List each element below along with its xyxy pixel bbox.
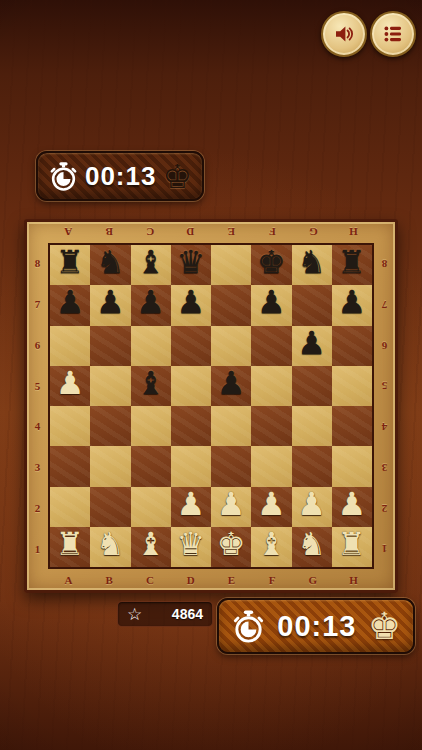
- square-a3[interactable]: [50, 446, 90, 486]
- square-a5[interactable]: ♟: [50, 366, 90, 406]
- file-labels-bottom: ABCDEFGH: [48, 569, 374, 590]
- square-c5[interactable]: ♝: [131, 366, 171, 406]
- square-c2[interactable]: [131, 487, 171, 527]
- file-label-c-bottom: C: [130, 569, 171, 590]
- star-icon: ☆: [127, 606, 142, 623]
- black-pawn-b7[interactable]: ♟: [96, 286, 125, 318]
- square-d6[interactable]: [171, 326, 211, 366]
- square-f1[interactable]: ♝: [251, 527, 291, 567]
- square-d8[interactable]: ♛: [171, 245, 211, 285]
- file-label-b-bottom: B: [89, 569, 130, 590]
- square-b7[interactable]: ♟: [90, 285, 130, 325]
- square-c8[interactable]: ♝: [131, 245, 171, 285]
- white-pawn-h2[interactable]: ♟: [338, 488, 367, 520]
- square-e2[interactable]: ♟: [211, 487, 251, 527]
- frame-corner: [27, 569, 48, 590]
- square-d2[interactable]: ♟: [171, 487, 211, 527]
- square-h2[interactable]: ♟: [332, 487, 372, 527]
- rank-label-6-right: 6: [374, 325, 395, 366]
- square-h5[interactable]: [332, 366, 372, 406]
- square-c3[interactable]: [131, 446, 171, 486]
- white-pawn-d2[interactable]: ♟: [177, 488, 206, 520]
- black-pawn-h7[interactable]: ♟: [338, 286, 367, 318]
- white-bishop-c1[interactable]: ♝: [136, 528, 165, 560]
- square-b5[interactable]: [90, 366, 130, 406]
- white-knight-b1[interactable]: ♞: [96, 528, 125, 560]
- square-b1[interactable]: ♞: [90, 527, 130, 567]
- square-b8[interactable]: ♞: [90, 245, 130, 285]
- file-label-b-top: B: [89, 222, 130, 243]
- file-label-e-bottom: E: [211, 569, 252, 590]
- file-label-d-bottom: D: [170, 569, 211, 590]
- black-timer-value: 00:13: [85, 161, 157, 192]
- square-e1[interactable]: ♚: [211, 527, 251, 567]
- rank-label-4-left: 4: [27, 406, 48, 447]
- rank-labels-left: 87654321: [27, 243, 48, 569]
- file-labels-top: ABCDEFGH: [48, 222, 374, 243]
- square-e4[interactable]: [211, 406, 251, 446]
- black-pawn-d7[interactable]: ♟: [177, 286, 206, 318]
- white-pawn-g2[interactable]: ♟: [297, 488, 326, 520]
- frame-corner: [374, 222, 395, 243]
- frame-corner: [27, 222, 48, 243]
- square-c7[interactable]: ♟: [131, 285, 171, 325]
- square-b2[interactable]: [90, 487, 130, 527]
- white-king-e1[interactable]: ♚: [217, 528, 246, 560]
- white-king-icon: ♚: [368, 608, 401, 645]
- square-f6[interactable]: [251, 326, 291, 366]
- square-f7[interactable]: ♟: [251, 285, 291, 325]
- black-rook-h8[interactable]: ♜: [338, 246, 367, 278]
- rank-label-3-right: 3: [374, 447, 395, 488]
- black-bishop-c8[interactable]: ♝: [136, 246, 165, 278]
- file-label-h-top: H: [333, 222, 374, 243]
- square-d4[interactable]: [171, 406, 211, 446]
- score-value: 4864: [172, 606, 203, 622]
- white-pawn-e2[interactable]: ♟: [217, 488, 246, 520]
- file-label-f-bottom: F: [252, 569, 293, 590]
- file-label-g-top: G: [293, 222, 334, 243]
- rank-label-8-right: 8: [374, 243, 395, 284]
- black-bishop-c5[interactable]: ♝: [136, 367, 165, 399]
- black-knight-g8[interactable]: ♞: [297, 246, 326, 278]
- square-f4[interactable]: [251, 406, 291, 446]
- score-panel: ☆ 4864: [117, 601, 213, 627]
- rank-label-7-right: 7: [374, 284, 395, 325]
- board-squares: ♜♞♝♛♚♞♜♟♟♟♟♟♟♟♟♝♟♟♟♟♟♟♜♞♝♛♚♝♞♜: [48, 243, 374, 569]
- square-h3[interactable]: [332, 446, 372, 486]
- rank-label-1-right: 1: [374, 528, 395, 569]
- white-bishop-f1[interactable]: ♝: [257, 528, 286, 560]
- speaker-icon: [332, 22, 356, 46]
- black-rook-a8[interactable]: ♜: [56, 246, 85, 278]
- rank-label-1-left: 1: [27, 528, 48, 569]
- black-queen-d8[interactable]: ♛: [177, 246, 206, 278]
- square-a2[interactable]: [50, 487, 90, 527]
- file-label-a-top: A: [48, 222, 89, 243]
- square-b3[interactable]: [90, 446, 130, 486]
- square-e3[interactable]: [211, 446, 251, 486]
- white-queen-d1[interactable]: ♛: [177, 528, 206, 560]
- square-a8[interactable]: ♜: [50, 245, 90, 285]
- rank-label-4-right: 4: [374, 406, 395, 447]
- rank-label-7-left: 7: [27, 284, 48, 325]
- rank-label-3-left: 3: [27, 447, 48, 488]
- square-e7[interactable]: [211, 285, 251, 325]
- file-label-f-top: F: [252, 222, 293, 243]
- white-knight-g1[interactable]: ♞: [297, 528, 326, 560]
- square-g7[interactable]: [292, 285, 332, 325]
- square-f3[interactable]: [251, 446, 291, 486]
- stopwatch-icon: [48, 161, 79, 192]
- white-rook-a1[interactable]: ♜: [56, 528, 85, 560]
- file-label-a-bottom: A: [48, 569, 89, 590]
- white-pawn-a5[interactable]: ♟: [56, 367, 85, 399]
- chess-board: ABCDEFGH 87654321 ♜♞♝♛♚♞♜♟♟♟♟♟♟♟♟♝♟♟♟♟♟♟…: [24, 219, 398, 593]
- rank-label-5-left: 5: [27, 365, 48, 406]
- black-king-f8[interactable]: ♚: [257, 246, 286, 278]
- square-f8[interactable]: ♚: [251, 245, 291, 285]
- file-label-d-top: D: [170, 222, 211, 243]
- white-pawn-f2[interactable]: ♟: [257, 488, 286, 520]
- black-king-icon: ♚: [162, 160, 192, 193]
- file-label-c-top: C: [130, 222, 171, 243]
- square-b6[interactable]: [90, 326, 130, 366]
- square-g8[interactable]: ♞: [292, 245, 332, 285]
- square-g6[interactable]: ♟: [292, 326, 332, 366]
- rank-label-6-left: 6: [27, 325, 48, 366]
- square-g1[interactable]: ♞: [292, 527, 332, 567]
- black-timer-panel: 00:13 ♚: [36, 151, 204, 201]
- square-b4[interactable]: [90, 406, 130, 446]
- square-e6[interactable]: [211, 326, 251, 366]
- black-pawn-a7[interactable]: ♟: [56, 286, 85, 318]
- square-d7[interactable]: ♟: [171, 285, 211, 325]
- black-knight-b8[interactable]: ♞: [96, 246, 125, 278]
- menu-list-icon: [381, 22, 405, 46]
- white-timer-value: 00:13: [277, 610, 356, 643]
- square-a7[interactable]: ♟: [50, 285, 90, 325]
- square-a6[interactable]: [50, 326, 90, 366]
- stopwatch-icon: [231, 609, 266, 644]
- menu-button[interactable]: [370, 11, 416, 57]
- square-e5[interactable]: ♟: [211, 366, 251, 406]
- square-h4[interactable]: [332, 406, 372, 446]
- square-c6[interactable]: [131, 326, 171, 366]
- square-c4[interactable]: [131, 406, 171, 446]
- square-h8[interactable]: ♜: [332, 245, 372, 285]
- square-a1[interactable]: ♜: [50, 527, 90, 567]
- frame-corner: [374, 569, 395, 590]
- rank-labels-right: 87654321: [374, 243, 395, 569]
- black-pawn-g6[interactable]: ♟: [297, 327, 326, 359]
- square-g3[interactable]: [292, 446, 332, 486]
- square-f5[interactable]: [251, 366, 291, 406]
- app-screen: 00:13 ♚ ABCDEFGH 87654321 ♜♞♝♛♚♞♜♟♟♟♟♟♟♟…: [0, 0, 422, 750]
- square-f2[interactable]: ♟: [251, 487, 291, 527]
- rank-label-5-right: 5: [374, 365, 395, 406]
- rank-label-2-left: 2: [27, 488, 48, 529]
- square-a4[interactable]: [50, 406, 90, 446]
- sound-button[interactable]: [321, 11, 367, 57]
- square-h6[interactable]: [332, 326, 372, 366]
- white-timer-panel: 00:13 ♚: [217, 598, 415, 654]
- rank-label-2-right: 2: [374, 488, 395, 529]
- square-g2[interactable]: ♟: [292, 487, 332, 527]
- square-h1[interactable]: ♜: [332, 527, 372, 567]
- square-g5[interactable]: [292, 366, 332, 406]
- black-pawn-c7[interactable]: ♟: [136, 286, 165, 318]
- black-pawn-f7[interactable]: ♟: [257, 286, 286, 318]
- square-d5[interactable]: [171, 366, 211, 406]
- square-d3[interactable]: [171, 446, 211, 486]
- rank-label-8-left: 8: [27, 243, 48, 284]
- square-g4[interactable]: [292, 406, 332, 446]
- square-d1[interactable]: ♛: [171, 527, 211, 567]
- file-label-g-bottom: G: [293, 569, 334, 590]
- square-e8[interactable]: [211, 245, 251, 285]
- square-c1[interactable]: ♝: [131, 527, 171, 567]
- file-label-h-bottom: H: [333, 569, 374, 590]
- black-pawn-e5[interactable]: ♟: [217, 367, 246, 399]
- file-label-e-top: E: [211, 222, 252, 243]
- white-rook-h1[interactable]: ♜: [338, 528, 367, 560]
- square-h7[interactable]: ♟: [332, 285, 372, 325]
